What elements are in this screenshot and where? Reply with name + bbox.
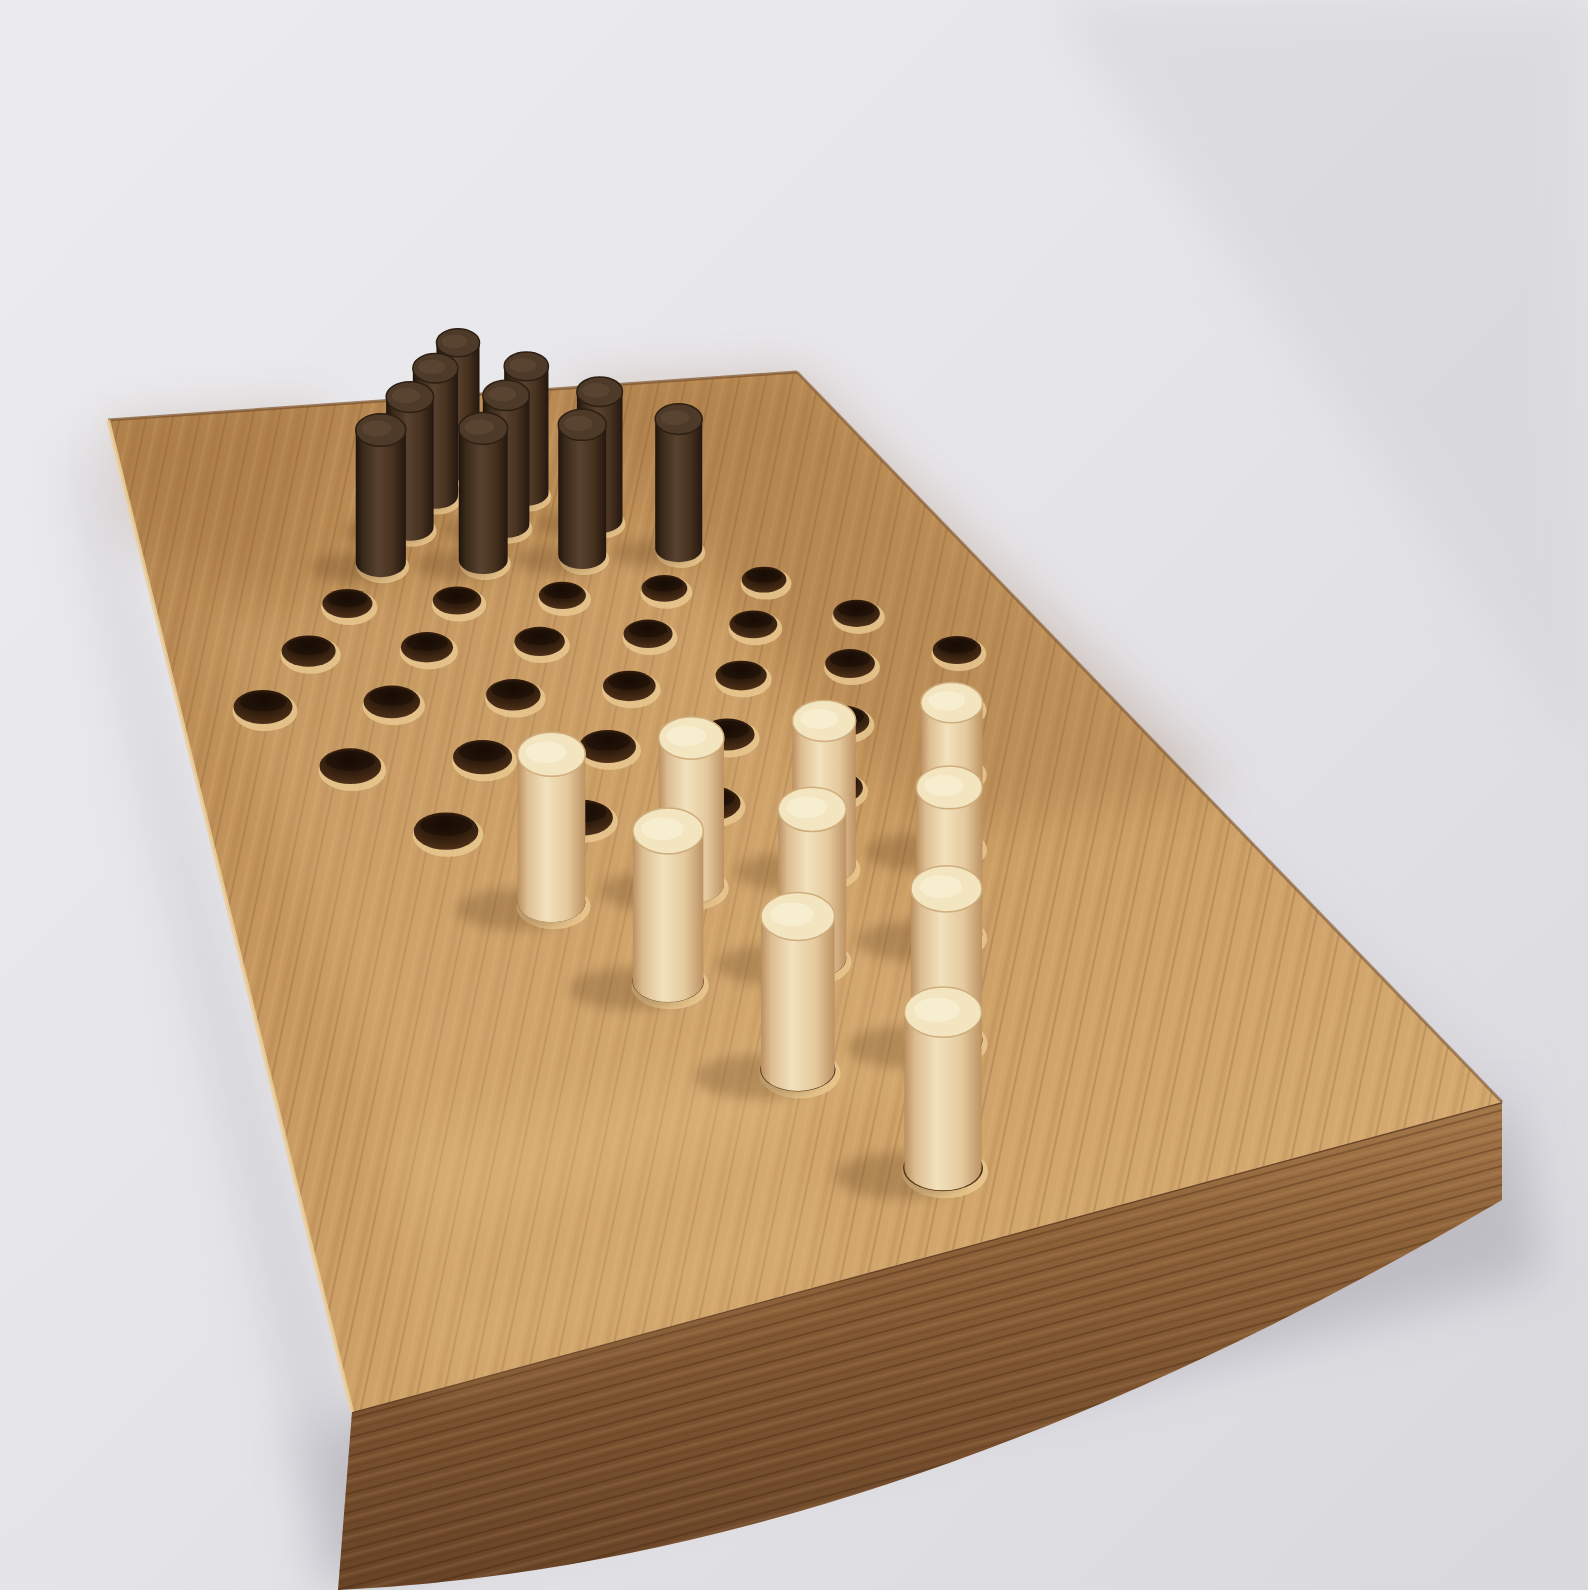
hole-inner-shadow [326, 751, 375, 771]
peg-top-sheen [488, 387, 516, 402]
hole-inner-shadow [938, 638, 977, 654]
hole-inner-shadow [406, 634, 448, 651]
hole-inner-shadow [838, 602, 875, 617]
peg-body [518, 754, 586, 922]
hole-inner-shadow [830, 651, 870, 667]
peg-top-sheen [641, 818, 683, 841]
peg-top-sheen [418, 360, 445, 374]
hole-inner-shadow [734, 613, 772, 628]
peg-top-sheen [928, 691, 965, 711]
peg-top-sheen [362, 421, 392, 437]
hole-inner-shadow [239, 692, 286, 711]
hole-inner-shadow [369, 688, 414, 706]
peg-body [459, 428, 508, 574]
hole-inner-shadow [519, 629, 559, 645]
hole-inner-shadow [327, 591, 367, 607]
peg-top-sheen [786, 796, 827, 818]
hole-inner-shadow [721, 663, 762, 679]
peg-top-sheen [914, 998, 960, 1023]
photo-scene [0, 0, 1588, 1590]
hole-inner-shadow [628, 622, 667, 638]
hole-inner-shadow [459, 743, 506, 762]
peg-top-sheen [526, 741, 567, 763]
peg-top-sheen [919, 875, 962, 898]
hole-inner-shadow [438, 588, 477, 603]
peg-board [0, 0, 1588, 1590]
peg-body [633, 831, 704, 1002]
peg-top-sheen [442, 335, 468, 349]
peg-top-sheen [924, 775, 964, 796]
peg-body [904, 1012, 981, 1190]
peg-top-sheen [465, 419, 494, 435]
hole-inner-shadow [746, 569, 782, 583]
peg-body [761, 916, 835, 1090]
hole-inner-shadow [585, 733, 631, 751]
peg-top-sheen [770, 902, 814, 926]
hole-inner-shadow [646, 577, 683, 592]
peg-top-sheen [509, 358, 536, 372]
hole-inner-shadow [287, 638, 330, 655]
peg-top-sheen [661, 410, 689, 425]
hole-inner-shadow [492, 681, 536, 698]
peg-body [655, 419, 702, 562]
hole-inner-shadow [608, 673, 650, 690]
peg-top-sheen [666, 726, 705, 747]
peg-top-sheen [564, 416, 593, 431]
hole-inner-shadow [420, 815, 472, 836]
peg-body [558, 425, 606, 569]
peg-top-sheen [392, 388, 421, 403]
peg-body [356, 430, 406, 577]
peg-top-sheen [582, 383, 609, 398]
hole-inner-shadow [544, 584, 582, 599]
peg-top-sheen [800, 709, 838, 729]
